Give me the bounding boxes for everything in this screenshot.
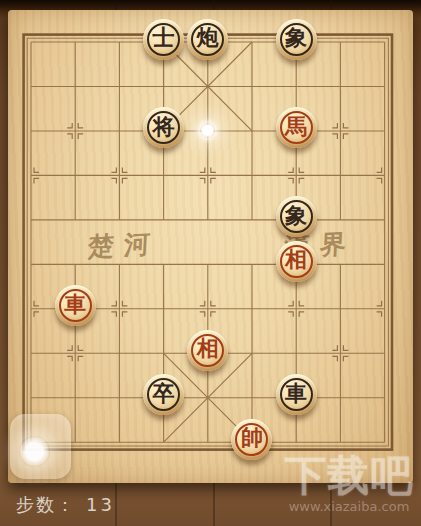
piece-face: 炮	[191, 23, 224, 56]
glow-circle-icon	[19, 436, 50, 467]
piece-red-minister[interactable]: 相	[187, 330, 228, 371]
piece-face: 象	[280, 200, 313, 233]
piece-character: 士	[153, 27, 175, 49]
piece-face: 車	[59, 289, 92, 322]
piece-face: 相	[280, 245, 313, 278]
piece-character: 象	[285, 205, 307, 227]
piece-black-general[interactable]: 将	[143, 107, 184, 148]
piece-character: 車	[285, 383, 307, 405]
piece-character: 相	[197, 338, 219, 360]
piece-face: 象	[280, 23, 313, 56]
move-counter: 步数：13	[16, 493, 115, 517]
piece-character: 車	[64, 294, 86, 316]
piece-face: 士	[147, 23, 180, 56]
move-counter-label: 步数：	[16, 494, 76, 515]
glow-button[interactable]	[10, 414, 71, 479]
piece-character: 将	[153, 116, 175, 138]
piece-black-soldier[interactable]: 卒	[143, 374, 184, 415]
piece-red-minister[interactable]: 相	[276, 241, 317, 282]
piece-face: 馬	[280, 111, 313, 144]
xiangqi-app: 楚河 漢界 士炮象将馬象相車相卒車帥 步数：13 下载吧 www.xiazaib…	[0, 0, 421, 526]
piece-face: 卒	[147, 378, 180, 411]
piece-character: 象	[285, 27, 307, 49]
piece-face: 車	[280, 378, 313, 411]
piece-face: 帥	[235, 423, 268, 456]
piece-character: 馬	[285, 116, 307, 138]
piece-face: 将	[147, 111, 180, 144]
piece-black-elephant[interactable]: 象	[276, 196, 317, 237]
piece-black-advisor[interactable]: 士	[143, 19, 184, 60]
piece-character: 卒	[153, 383, 175, 405]
piece-black-cannon[interactable]: 炮	[187, 19, 228, 60]
piece-red-general[interactable]: 帥	[231, 419, 272, 460]
piece-black-chariot[interactable]: 車	[276, 374, 317, 415]
piece-red-chariot[interactable]: 車	[55, 285, 96, 326]
piece-red-horse[interactable]: 馬	[276, 107, 317, 148]
piece-character: 相	[285, 249, 307, 271]
piece-character: 炮	[197, 27, 219, 49]
piece-black-elephant[interactable]: 象	[276, 19, 317, 60]
piece-character: 帥	[241, 427, 263, 449]
pieces-grid: 士炮象将馬象相車相卒車帥	[9, 20, 407, 465]
move-counter-value: 13	[86, 494, 115, 515]
piece-face: 相	[191, 334, 224, 367]
